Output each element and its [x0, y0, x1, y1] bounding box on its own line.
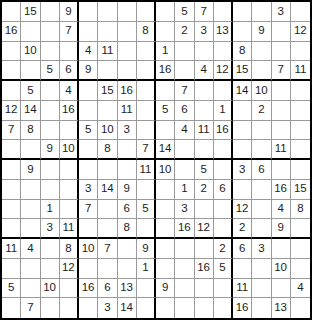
cell-r10c7-given[interactable]: 9 — [118, 180, 137, 200]
cell-r5c2-given[interactable]: 5 — [21, 81, 40, 101]
cell-r8c15-given[interactable]: 11 — [272, 140, 291, 160]
cell-r1c2-given[interactable]: 15 — [21, 2, 40, 22]
cell-r15c8-empty[interactable] — [137, 279, 156, 299]
cell-r12c5-empty[interactable] — [79, 219, 98, 239]
cell-r11c3-given[interactable]: 1 — [41, 200, 60, 220]
cell-r14c9-empty[interactable] — [156, 259, 175, 279]
cell-r4c13-given[interactable]: 15 — [233, 61, 252, 81]
cell-r3c7-empty[interactable] — [118, 42, 137, 62]
cell-r9c1-empty[interactable] — [2, 160, 21, 180]
cell-r16c4-empty[interactable] — [60, 298, 79, 318]
cell-r2c7-empty[interactable] — [118, 22, 137, 42]
cell-r13c9-empty[interactable] — [156, 239, 175, 259]
cell-r9c9-given[interactable]: 10 — [156, 160, 175, 180]
cell-r15c16-given[interactable]: 4 — [291, 279, 310, 299]
cell-r9c12-empty[interactable] — [214, 160, 233, 180]
cell-r3c16-empty[interactable] — [291, 42, 310, 62]
cell-r7c8-empty[interactable] — [137, 121, 156, 141]
cell-r15c7-given[interactable]: 13 — [118, 279, 137, 299]
cell-r16c3-empty[interactable] — [41, 298, 60, 318]
cell-r14c10-empty[interactable] — [175, 259, 194, 279]
cell-r6c5-empty[interactable] — [79, 101, 98, 121]
cell-r13c14-given[interactable]: 3 — [252, 239, 271, 259]
cell-r8c1-empty[interactable] — [2, 140, 21, 160]
cell-r12c13-given[interactable]: 2 — [233, 219, 252, 239]
cell-r2c11-given[interactable]: 3 — [195, 22, 214, 42]
cell-r7c7-given[interactable]: 3 — [118, 121, 137, 141]
cell-r5c3-empty[interactable] — [41, 81, 60, 101]
cell-r8c2-empty[interactable] — [21, 140, 40, 160]
cell-r12c11-given[interactable]: 12 — [195, 219, 214, 239]
cell-r1c16-empty[interactable] — [291, 2, 310, 22]
cell-r7c14-empty[interactable] — [252, 121, 271, 141]
cell-r16c11-empty[interactable] — [195, 298, 214, 318]
cell-r8c10-empty[interactable] — [175, 140, 194, 160]
cell-r13c6-given[interactable]: 7 — [98, 239, 117, 259]
cell-r2c12-given[interactable]: 13 — [214, 22, 233, 42]
cell-r13c16-empty[interactable] — [291, 239, 310, 259]
cell-r12c14-empty[interactable] — [252, 219, 271, 239]
cell-r16c14-empty[interactable] — [252, 298, 271, 318]
cell-r1c14-empty[interactable] — [252, 2, 271, 22]
cell-r1c9-empty[interactable] — [156, 2, 175, 22]
cell-r15c13-given[interactable]: 11 — [233, 279, 252, 299]
cell-r6c13-empty[interactable] — [233, 101, 252, 121]
cell-r4c12-given[interactable]: 12 — [214, 61, 233, 81]
cell-r14c2-empty[interactable] — [21, 259, 40, 279]
cell-r3c2-given[interactable]: 10 — [21, 42, 40, 62]
cell-r9c13-given[interactable]: 3 — [233, 160, 252, 180]
cell-r1c7-empty[interactable] — [118, 2, 137, 22]
cell-r15c14-empty[interactable] — [252, 279, 271, 299]
cell-r12c9-empty[interactable] — [156, 219, 175, 239]
cell-r12c10-given[interactable]: 16 — [175, 219, 194, 239]
cell-r11c2-empty[interactable] — [21, 200, 40, 220]
cell-r16c15-given[interactable]: 13 — [272, 298, 291, 318]
cell-r2c9-empty[interactable] — [156, 22, 175, 42]
cell-r11c14-empty[interactable] — [252, 200, 271, 220]
cell-r7c4-empty[interactable] — [60, 121, 79, 141]
cell-r10c6-given[interactable]: 14 — [98, 180, 117, 200]
cell-r2c13-empty[interactable] — [233, 22, 252, 42]
cell-r14c11-given[interactable]: 16 — [195, 259, 214, 279]
cell-r8c5-empty[interactable] — [79, 140, 98, 160]
cell-r4c7-empty[interactable] — [118, 61, 137, 81]
cell-r8c14-empty[interactable] — [252, 140, 271, 160]
cell-r9c15-empty[interactable] — [272, 160, 291, 180]
cell-r15c5-given[interactable]: 16 — [79, 279, 98, 299]
cell-r6c6-empty[interactable] — [98, 101, 117, 121]
cell-r13c13-given[interactable]: 6 — [233, 239, 252, 259]
cell-r16c7-given[interactable]: 14 — [118, 298, 137, 318]
cell-r13c12-given[interactable]: 2 — [214, 239, 233, 259]
cell-r10c8-empty[interactable] — [137, 180, 156, 200]
cell-r2c15-empty[interactable] — [272, 22, 291, 42]
cell-r9c4-empty[interactable] — [60, 160, 79, 180]
cell-r2c10-given[interactable]: 2 — [175, 22, 194, 42]
cell-r13c5-given[interactable]: 10 — [79, 239, 98, 259]
cell-r5c8-empty[interactable] — [137, 81, 156, 101]
cell-r5c16-empty[interactable] — [291, 81, 310, 101]
cell-r7c10-given[interactable]: 4 — [175, 121, 194, 141]
cell-r1c6-empty[interactable] — [98, 2, 117, 22]
cell-r12c1-empty[interactable] — [2, 219, 21, 239]
cell-r1c10-given[interactable]: 5 — [175, 2, 194, 22]
cell-r3c6-given[interactable]: 11 — [98, 42, 117, 62]
cell-r7c2-given[interactable]: 8 — [21, 121, 40, 141]
cell-r16c10-empty[interactable] — [175, 298, 194, 318]
cell-r15c11-empty[interactable] — [195, 279, 214, 299]
cell-r7c15-empty[interactable] — [272, 121, 291, 141]
cell-r6c3-empty[interactable] — [41, 101, 60, 121]
cell-r10c11-given[interactable]: 2 — [195, 180, 214, 200]
cell-r4c15-given[interactable]: 7 — [272, 61, 291, 81]
cell-r10c3-empty[interactable] — [41, 180, 60, 200]
cell-r9c10-empty[interactable] — [175, 160, 194, 180]
cell-r10c12-given[interactable]: 6 — [214, 180, 233, 200]
cell-r3c4-empty[interactable] — [60, 42, 79, 62]
cell-r9c2-given[interactable]: 9 — [21, 160, 40, 180]
cell-r2c4-given[interactable]: 7 — [60, 22, 79, 42]
cell-r8c3-given[interactable]: 9 — [41, 140, 60, 160]
cell-r4c5-given[interactable]: 9 — [79, 61, 98, 81]
cell-r9c7-empty[interactable] — [118, 160, 137, 180]
cell-r6c15-empty[interactable] — [272, 101, 291, 121]
cell-r2c8-given[interactable]: 8 — [137, 22, 156, 42]
cell-r4c11-given[interactable]: 4 — [195, 61, 214, 81]
cell-r12c4-given[interactable]: 11 — [60, 219, 79, 239]
cell-r14c16-empty[interactable] — [291, 259, 310, 279]
cell-r15c3-given[interactable]: 10 — [41, 279, 60, 299]
cell-r13c1-given[interactable]: 11 — [2, 239, 21, 259]
cell-r1c3-empty[interactable] — [41, 2, 60, 22]
cell-r10c15-given[interactable]: 16 — [272, 180, 291, 200]
cell-r7c13-empty[interactable] — [233, 121, 252, 141]
cell-r14c7-empty[interactable] — [118, 259, 137, 279]
cell-r3c10-empty[interactable] — [175, 42, 194, 62]
cell-r11c5-given[interactable]: 7 — [79, 200, 98, 220]
cell-r11c1-empty[interactable] — [2, 200, 21, 220]
cell-r8c4-given[interactable]: 10 — [60, 140, 79, 160]
cell-r4c16-given[interactable]: 11 — [291, 61, 310, 81]
cell-r1c5-empty[interactable] — [79, 2, 98, 22]
cell-r14c14-empty[interactable] — [252, 259, 271, 279]
cell-r16c8-empty[interactable] — [137, 298, 156, 318]
cell-r11c11-empty[interactable] — [195, 200, 214, 220]
cell-r12c2-empty[interactable] — [21, 219, 40, 239]
cell-r14c1-empty[interactable] — [2, 259, 21, 279]
cell-r10c13-empty[interactable] — [233, 180, 252, 200]
cell-r8c7-empty[interactable] — [118, 140, 137, 160]
cell-r1c11-given[interactable]: 7 — [195, 2, 214, 22]
cell-r1c1-empty[interactable] — [2, 2, 21, 22]
cell-r16c1-empty[interactable] — [2, 298, 21, 318]
cell-r4c8-empty[interactable] — [137, 61, 156, 81]
cell-r5c13-given[interactable]: 14 — [233, 81, 252, 101]
cell-r2c2-empty[interactable] — [21, 22, 40, 42]
cell-r15c4-empty[interactable] — [60, 279, 79, 299]
cell-r15c15-empty[interactable] — [272, 279, 291, 299]
cell-r11c16-given[interactable]: 8 — [291, 200, 310, 220]
cell-r8c13-empty[interactable] — [233, 140, 252, 160]
cell-r3c13-given[interactable]: 8 — [233, 42, 252, 62]
cell-r15c6-given[interactable]: 6 — [98, 279, 117, 299]
cell-r12c8-empty[interactable] — [137, 219, 156, 239]
cell-r10c9-empty[interactable] — [156, 180, 175, 200]
cell-r3c15-empty[interactable] — [272, 42, 291, 62]
cell-r9c5-empty[interactable] — [79, 160, 98, 180]
cell-r8c8-given[interactable]: 7 — [137, 140, 156, 160]
cell-r7c3-empty[interactable] — [41, 121, 60, 141]
cell-r16c6-given[interactable]: 3 — [98, 298, 117, 318]
cell-r9c6-empty[interactable] — [98, 160, 117, 180]
cell-r10c2-empty[interactable] — [21, 180, 40, 200]
cell-r6c12-given[interactable]: 1 — [214, 101, 233, 121]
cell-r12c16-empty[interactable] — [291, 219, 310, 239]
cell-r15c9-given[interactable]: 9 — [156, 279, 175, 299]
cell-r3c3-empty[interactable] — [41, 42, 60, 62]
cell-r6c8-empty[interactable] — [137, 101, 156, 121]
cell-r5c9-empty[interactable] — [156, 81, 175, 101]
cell-r14c3-empty[interactable] — [41, 259, 60, 279]
cell-r3c9-given[interactable]: 1 — [156, 42, 175, 62]
cell-r5c15-empty[interactable] — [272, 81, 291, 101]
cell-r2c6-empty[interactable] — [98, 22, 117, 42]
cell-r5c5-empty[interactable] — [79, 81, 98, 101]
cell-r13c2-given[interactable]: 4 — [21, 239, 40, 259]
cell-r5c6-given[interactable]: 15 — [98, 81, 117, 101]
cell-r3c5-given[interactable]: 4 — [79, 42, 98, 62]
cell-r4c9-given[interactable]: 16 — [156, 61, 175, 81]
cell-r6c1-given[interactable]: 12 — [2, 101, 21, 121]
cell-r13c15-empty[interactable] — [272, 239, 291, 259]
cell-r1c15-given[interactable]: 3 — [272, 2, 291, 22]
cell-r4c2-empty[interactable] — [21, 61, 40, 81]
cell-r11c13-given[interactable]: 12 — [233, 200, 252, 220]
cell-r15c2-empty[interactable] — [21, 279, 40, 299]
cell-r11c6-empty[interactable] — [98, 200, 117, 220]
cell-r4c10-empty[interactable] — [175, 61, 194, 81]
cell-r14c4-given[interactable]: 12 — [60, 259, 79, 279]
cell-r10c4-empty[interactable] — [60, 180, 79, 200]
cell-r9c14-given[interactable]: 6 — [252, 160, 271, 180]
cell-r16c5-empty[interactable] — [79, 298, 98, 318]
cell-r11c10-given[interactable]: 3 — [175, 200, 194, 220]
cell-r7c11-given[interactable]: 11 — [195, 121, 214, 141]
cell-r10c14-empty[interactable] — [252, 180, 271, 200]
cell-r8c6-given[interactable]: 8 — [98, 140, 117, 160]
cell-r3c11-empty[interactable] — [195, 42, 214, 62]
cell-r7c6-given[interactable]: 10 — [98, 121, 117, 141]
cell-r14c8-given[interactable]: 1 — [137, 259, 156, 279]
cell-r3c14-empty[interactable] — [252, 42, 271, 62]
cell-r12c7-given[interactable]: 8 — [118, 219, 137, 239]
cell-r16c2-given[interactable]: 7 — [21, 298, 40, 318]
cell-r14c12-given[interactable]: 5 — [214, 259, 233, 279]
cell-r3c12-empty[interactable] — [214, 42, 233, 62]
cell-r12c12-empty[interactable] — [214, 219, 233, 239]
cell-r14c5-empty[interactable] — [79, 259, 98, 279]
cell-r10c16-given[interactable]: 15 — [291, 180, 310, 200]
cell-r13c8-given[interactable]: 9 — [137, 239, 156, 259]
cell-r8c11-empty[interactable] — [195, 140, 214, 160]
cell-r9c16-empty[interactable] — [291, 160, 310, 180]
cell-r6c7-given[interactable]: 11 — [118, 101, 137, 121]
cell-r2c3-empty[interactable] — [41, 22, 60, 42]
cell-r4c4-given[interactable]: 6 — [60, 61, 79, 81]
cell-r4c3-given[interactable]: 5 — [41, 61, 60, 81]
cell-r16c9-empty[interactable] — [156, 298, 175, 318]
cell-r8c9-given[interactable]: 14 — [156, 140, 175, 160]
cell-r13c7-empty[interactable] — [118, 239, 137, 259]
cell-r4c6-empty[interactable] — [98, 61, 117, 81]
cell-r10c1-empty[interactable] — [2, 180, 21, 200]
cell-r7c12-given[interactable]: 16 — [214, 121, 233, 141]
cell-r16c12-empty[interactable] — [214, 298, 233, 318]
cell-r13c3-empty[interactable] — [41, 239, 60, 259]
cell-r5c7-given[interactable]: 16 — [118, 81, 137, 101]
cell-r14c6-empty[interactable] — [98, 259, 117, 279]
cell-r15c10-empty[interactable] — [175, 279, 194, 299]
cell-r1c13-empty[interactable] — [233, 2, 252, 22]
cell-r16c13-given[interactable]: 16 — [233, 298, 252, 318]
cell-r9c8-given[interactable]: 11 — [137, 160, 156, 180]
cell-r5c11-empty[interactable] — [195, 81, 214, 101]
cell-r6c10-given[interactable]: 6 — [175, 101, 194, 121]
cell-r4c1-empty[interactable] — [2, 61, 21, 81]
cell-r7c5-given[interactable]: 5 — [79, 121, 98, 141]
cell-r16c16-empty[interactable] — [291, 298, 310, 318]
cell-r14c13-empty[interactable] — [233, 259, 252, 279]
cell-r13c11-empty[interactable] — [195, 239, 214, 259]
cell-r6c14-given[interactable]: 2 — [252, 101, 271, 121]
cell-r15c12-empty[interactable] — [214, 279, 233, 299]
cell-r15c1-given[interactable]: 5 — [2, 279, 21, 299]
cell-r11c15-given[interactable]: 4 — [272, 200, 291, 220]
cell-r1c4-given[interactable]: 9 — [60, 2, 79, 22]
cell-r5c10-given[interactable]: 7 — [175, 81, 194, 101]
cell-r5c12-empty[interactable] — [214, 81, 233, 101]
cell-r8c16-empty[interactable] — [291, 140, 310, 160]
cell-r12c6-empty[interactable] — [98, 219, 117, 239]
cell-r5c1-empty[interactable] — [2, 81, 21, 101]
cell-r14c15-given[interactable]: 10 — [272, 259, 291, 279]
cell-r10c10-given[interactable]: 1 — [175, 180, 194, 200]
cell-r11c9-empty[interactable] — [156, 200, 175, 220]
cell-r6c11-empty[interactable] — [195, 101, 214, 121]
cell-r11c4-empty[interactable] — [60, 200, 79, 220]
cell-r6c2-given[interactable]: 14 — [21, 101, 40, 121]
cell-r6c16-empty[interactable] — [291, 101, 310, 121]
cell-r1c12-empty[interactable] — [214, 2, 233, 22]
cell-r5c14-given[interactable]: 10 — [252, 81, 271, 101]
cell-r13c4-given[interactable]: 8 — [60, 239, 79, 259]
cell-r7c16-empty[interactable] — [291, 121, 310, 141]
cell-r7c1-given[interactable]: 7 — [2, 121, 21, 141]
cell-r11c7-given[interactable]: 6 — [118, 200, 137, 220]
cell-r2c14-given[interactable]: 9 — [252, 22, 271, 42]
cell-r9c11-given[interactable]: 5 — [195, 160, 214, 180]
cell-r12c3-given[interactable]: 3 — [41, 219, 60, 239]
cell-r3c8-empty[interactable] — [137, 42, 156, 62]
cell-r13c10-empty[interactable] — [175, 239, 194, 259]
sudoku-board: 1595731678231391210411185691641215711541… — [0, 0, 312, 320]
cell-r4c14-empty[interactable] — [252, 61, 271, 81]
cell-r9c3-empty[interactable] — [41, 160, 60, 180]
cell-r2c5-empty[interactable] — [79, 22, 98, 42]
cell-r6c9-given[interactable]: 5 — [156, 101, 175, 121]
cell-r8c12-empty[interactable] — [214, 140, 233, 160]
cell-r10c5-given[interactable]: 3 — [79, 180, 98, 200]
cell-r5c4-given[interactable]: 4 — [60, 81, 79, 101]
cell-r2c16-given[interactable]: 12 — [291, 22, 310, 42]
cell-r3c1-empty[interactable] — [2, 42, 21, 62]
cell-r1c8-empty[interactable] — [137, 2, 156, 22]
cell-r7c9-empty[interactable] — [156, 121, 175, 141]
cell-r2c1-given[interactable]: 16 — [2, 22, 21, 42]
cell-r11c12-empty[interactable] — [214, 200, 233, 220]
cell-r12c15-given[interactable]: 9 — [272, 219, 291, 239]
cell-r11c8-given[interactable]: 5 — [137, 200, 156, 220]
cell-r6c4-given[interactable]: 16 — [60, 101, 79, 121]
